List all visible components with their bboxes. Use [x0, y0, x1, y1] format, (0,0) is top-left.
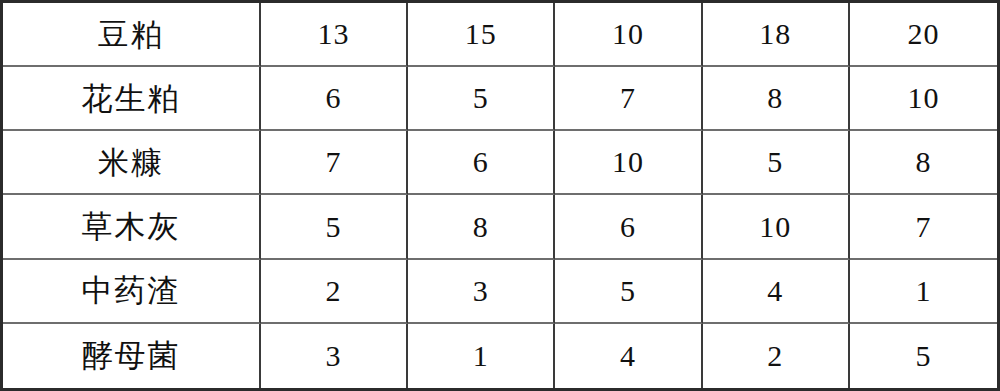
value-cell: 2	[261, 260, 408, 324]
value-cell: 3	[261, 324, 408, 388]
value-cell: 8	[408, 195, 555, 259]
row-label-mikang: 米糠	[3, 131, 261, 195]
value-cell: 10	[703, 195, 850, 259]
value-cell: 15	[408, 3, 555, 67]
value-cell: 18	[703, 3, 850, 67]
value-cell: 8	[703, 67, 850, 131]
row-label-doupo: 豆粕	[3, 3, 261, 67]
row-label-jiaomujun: 酵母菌	[3, 324, 261, 388]
value-cell: 13	[261, 3, 408, 67]
value-cell: 10	[850, 67, 997, 131]
value-cell: 8	[850, 131, 997, 195]
value-cell: 2	[703, 324, 850, 388]
value-cell: 6	[261, 67, 408, 131]
value-cell: 4	[555, 324, 702, 388]
value-cell: 20	[850, 3, 997, 67]
value-cell: 5	[261, 195, 408, 259]
value-cell: 5	[703, 131, 850, 195]
row-label-huashengpo: 花生粕	[3, 67, 261, 131]
value-cell: 5	[850, 324, 997, 388]
value-cell: 1	[408, 324, 555, 388]
value-cell: 7	[555, 67, 702, 131]
value-cell: 5	[408, 67, 555, 131]
value-cell: 6	[555, 195, 702, 259]
row-label-caomuhui: 草木灰	[3, 195, 261, 259]
value-cell: 5	[555, 260, 702, 324]
value-cell: 10	[555, 3, 702, 67]
ingredient-table: 豆粕 13 15 10 18 20 花生粕 6 5 7 8 10 米糠 7 6 …	[0, 0, 1000, 391]
value-cell: 7	[850, 195, 997, 259]
value-cell: 7	[261, 131, 408, 195]
value-cell: 10	[555, 131, 702, 195]
row-label-zhongyaozha: 中药渣	[3, 260, 261, 324]
value-cell: 6	[408, 131, 555, 195]
value-cell: 1	[850, 260, 997, 324]
value-cell: 3	[408, 260, 555, 324]
value-cell: 4	[703, 260, 850, 324]
